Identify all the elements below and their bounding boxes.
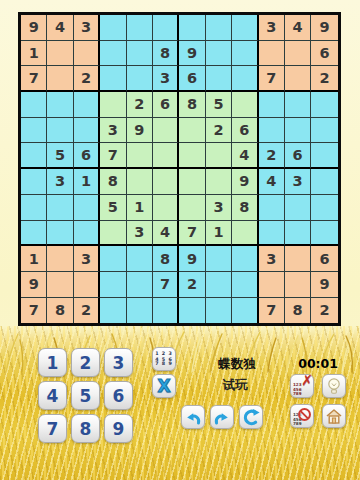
cell-r4c11[interactable]: [285, 92, 311, 118]
cell-r8c4[interactable]: 5: [100, 195, 126, 221]
cell-r8c9[interactable]: 8: [232, 195, 258, 221]
cell-r6c9[interactable]: 4: [232, 143, 258, 169]
pencil-grid-icon: 1 2 3 4 5 6 7 8 9: [155, 351, 172, 367]
cell-r6c2[interactable]: 5: [47, 143, 73, 169]
cell-r8c12[interactable]: [311, 195, 337, 221]
cell-r12c6[interactable]: [153, 298, 179, 324]
cell-r10c6[interactable]: 8: [153, 246, 179, 272]
disable-pencil-marks-button[interactable]: 123 456 789: [290, 404, 314, 428]
cell-r2c8[interactable]: [206, 41, 232, 67]
key-3[interactable]: 3: [104, 348, 133, 377]
cell-r7c12[interactable]: [311, 169, 337, 195]
cell-r10c1[interactable]: 1: [21, 246, 47, 272]
cell-r8c8[interactable]: 3: [206, 195, 232, 221]
cell-r3c7[interactable]: 6: [179, 66, 205, 92]
cell-r1c8[interactable]: [206, 15, 232, 41]
cell-r2c12[interactable]: 6: [311, 41, 337, 67]
cell-r5c7[interactable]: [179, 118, 205, 144]
timer: 00:01: [294, 356, 338, 371]
cell-r4c7[interactable]: 8: [179, 92, 205, 118]
cell-r3c5[interactable]: [127, 66, 153, 92]
cell-r4c9[interactable]: [232, 92, 258, 118]
cell-r11c1[interactable]: 9: [21, 272, 47, 298]
cell-r12c8[interactable]: [206, 298, 232, 324]
cell-r9c4[interactable]: [100, 221, 126, 247]
cell-r8c2[interactable]: [47, 195, 73, 221]
cell-r4c5[interactable]: 2: [127, 92, 153, 118]
cell-r2c1[interactable]: 1: [21, 41, 47, 67]
cell-r9c7[interactable]: 7: [179, 221, 205, 247]
cell-r3c10[interactable]: 7: [259, 66, 285, 92]
cell-r10c3[interactable]: 3: [74, 246, 100, 272]
cell-r1c10[interactable]: 3: [259, 15, 285, 41]
cell-r11c5[interactable]: [127, 272, 153, 298]
cell-r11c6[interactable]: 7: [153, 272, 179, 298]
cell-r6c4[interactable]: 7: [100, 143, 126, 169]
home-button[interactable]: [322, 404, 346, 428]
cell-r1c4[interactable]: [100, 15, 126, 41]
cell-r10c12[interactable]: 6: [311, 246, 337, 272]
cell-r3c12[interactable]: 2: [311, 66, 337, 92]
cell-r7c6[interactable]: [153, 169, 179, 195]
cell-r2c10[interactable]: [259, 41, 285, 67]
trial-mode-label: 试玩: [196, 377, 274, 394]
cell-r1c1[interactable]: 9: [21, 15, 47, 41]
hint-button[interactable]: [322, 374, 346, 398]
cell-r2c9[interactable]: [232, 41, 258, 67]
cell-r9c10[interactable]: [259, 221, 285, 247]
cell-r8c1[interactable]: [21, 195, 47, 221]
cell-r11c9[interactable]: [232, 272, 258, 298]
key-7[interactable]: 7: [38, 414, 67, 443]
cell-r5c5[interactable]: 9: [127, 118, 153, 144]
cell-r1c2[interactable]: 4: [47, 15, 73, 41]
cell-r6c11[interactable]: 6: [285, 143, 311, 169]
cell-r1c9[interactable]: [232, 15, 258, 41]
cell-r5c1[interactable]: [21, 118, 47, 144]
app-title: 蝶数独: [196, 356, 278, 373]
cell-r12c7[interactable]: [179, 298, 205, 324]
cell-r5c2[interactable]: [47, 118, 73, 144]
cell-r7c4[interactable]: 8: [100, 169, 126, 195]
cell-r8c5[interactable]: 1: [127, 195, 153, 221]
cell-r3c6[interactable]: 3: [153, 66, 179, 92]
cell-r10c5[interactable]: [127, 246, 153, 272]
cell-r9c8[interactable]: 1: [206, 221, 232, 247]
cell-r9c11[interactable]: [285, 221, 311, 247]
cell-r4c8[interactable]: 5: [206, 92, 232, 118]
cell-r8c6[interactable]: [153, 195, 179, 221]
cell-r6c6[interactable]: [153, 143, 179, 169]
cell-r4c1[interactable]: [21, 92, 47, 118]
cell-r6c5[interactable]: [127, 143, 153, 169]
pencil-marks-button[interactable]: 1 2 3 4 5 6 7 8 9: [152, 347, 176, 371]
cell-r7c1[interactable]: [21, 169, 47, 195]
cell-r3c2[interactable]: [47, 66, 73, 92]
cell-r8c11[interactable]: [285, 195, 311, 221]
cell-r12c9[interactable]: [232, 298, 258, 324]
cell-r8c10[interactable]: [259, 195, 285, 221]
key-8[interactable]: 8: [71, 414, 100, 443]
cell-r5c12[interactable]: [311, 118, 337, 144]
no-sign-icon: [298, 408, 311, 421]
cell-r12c10[interactable]: 7: [259, 298, 285, 324]
cell-r7c5[interactable]: [127, 169, 153, 195]
cell-r7c3[interactable]: 1: [74, 169, 100, 195]
redo-icon: [213, 408, 231, 426]
erase-button[interactable]: X: [152, 374, 176, 398]
cell-r12c2[interactable]: 8: [47, 298, 73, 324]
cell-r5c8[interactable]: 2: [206, 118, 232, 144]
cell-r10c7[interactable]: 9: [179, 246, 205, 272]
cell-r1c12[interactable]: 9: [311, 15, 337, 41]
cell-r7c7[interactable]: [179, 169, 205, 195]
cell-r9c9[interactable]: [232, 221, 258, 247]
cell-r2c3[interactable]: [74, 41, 100, 67]
lightbulb-icon: [326, 377, 342, 396]
cell-r5c6[interactable]: [153, 118, 179, 144]
cell-r6c8[interactable]: [206, 143, 232, 169]
cell-r2c11[interactable]: [285, 41, 311, 67]
cell-r10c11[interactable]: [285, 246, 311, 272]
cell-r3c4[interactable]: [100, 66, 126, 92]
cell-r6c7[interactable]: [179, 143, 205, 169]
cell-r2c5[interactable]: [127, 41, 153, 67]
cell-r4c10[interactable]: [259, 92, 285, 118]
cell-r3c8[interactable]: [206, 66, 232, 92]
cell-r4c6[interactable]: 6: [153, 92, 179, 118]
red-x-icon: ✗: [301, 372, 313, 388]
cell-r12c4[interactable]: [100, 298, 126, 324]
cell-r11c2[interactable]: [47, 272, 73, 298]
cell-r5c4[interactable]: 3: [100, 118, 126, 144]
cell-r12c3[interactable]: 2: [74, 298, 100, 324]
cell-r5c9[interactable]: 6: [232, 118, 258, 144]
cell-r9c6[interactable]: 4: [153, 221, 179, 247]
cell-r2c2[interactable]: [47, 41, 73, 67]
key-1[interactable]: 1: [38, 348, 67, 377]
cell-r11c7[interactable]: 2: [179, 272, 205, 298]
cell-r9c3[interactable]: [74, 221, 100, 247]
cell-r2c7[interactable]: 9: [179, 41, 205, 67]
cell-r2c6[interactable]: 8: [153, 41, 179, 67]
cell-r7c11[interactable]: 3: [285, 169, 311, 195]
sudoku-board: 9433491896723672268539265674263189435138…: [18, 12, 341, 326]
cell-r1c5[interactable]: [127, 15, 153, 41]
home-icon: [325, 408, 343, 424]
cell-r12c1[interactable]: 7: [21, 298, 47, 324]
cell-r11c11[interactable]: [285, 272, 311, 298]
cell-r10c2[interactable]: [47, 246, 73, 272]
key-5[interactable]: 5: [71, 381, 100, 410]
cell-r6c1[interactable]: [21, 143, 47, 169]
cell-r12c12[interactable]: 2: [311, 298, 337, 324]
cell-r11c10[interactable]: [259, 272, 285, 298]
cell-r1c11[interactable]: 4: [285, 15, 311, 41]
cell-r4c12[interactable]: [311, 92, 337, 118]
cell-r7c9[interactable]: 9: [232, 169, 258, 195]
cell-r7c8[interactable]: [206, 169, 232, 195]
key-2[interactable]: 2: [71, 348, 100, 377]
cell-r9c5[interactable]: 3: [127, 221, 153, 247]
cell-r3c3[interactable]: 2: [74, 66, 100, 92]
cell-r5c3[interactable]: [74, 118, 100, 144]
number-keypad: 123456789: [38, 348, 133, 443]
cell-r4c2[interactable]: [47, 92, 73, 118]
cell-r10c10[interactable]: 3: [259, 246, 285, 272]
cell-r11c4[interactable]: [100, 272, 126, 298]
cell-r7c2[interactable]: 3: [47, 169, 73, 195]
app-screen: 9433491896723672268539265674263189435138…: [0, 0, 360, 480]
cell-r11c3[interactable]: [74, 272, 100, 298]
cell-r3c11[interactable]: [285, 66, 311, 92]
cell-r1c6[interactable]: [153, 15, 179, 41]
undo-button[interactable]: [181, 405, 205, 429]
cell-r12c11[interactable]: 8: [285, 298, 311, 324]
cell-r3c9[interactable]: [232, 66, 258, 92]
restart-icon: [242, 408, 260, 426]
cell-r10c4[interactable]: [100, 246, 126, 272]
cell-r1c3[interactable]: 3: [74, 15, 100, 41]
cell-r7c10[interactable]: 4: [259, 169, 285, 195]
cell-r10c8[interactable]: [206, 246, 232, 272]
cell-r10c9[interactable]: [232, 246, 258, 272]
key-4[interactable]: 4: [38, 381, 67, 410]
cell-r12c5[interactable]: [127, 298, 153, 324]
cell-r9c12[interactable]: [311, 221, 337, 247]
restart-icon-button[interactable]: [239, 405, 263, 429]
cell-r3c1[interactable]: 7: [21, 66, 47, 92]
erase-x-icon: X: [157, 376, 170, 396]
undo-icon: [184, 408, 202, 426]
cell-r6c3[interactable]: 6: [74, 143, 100, 169]
cell-r2c4[interactable]: [100, 41, 126, 67]
cell-r5c11[interactable]: [285, 118, 311, 144]
cell-r11c12[interactable]: 9: [311, 272, 337, 298]
key-9[interactable]: 9: [104, 414, 133, 443]
redo-button[interactable]: [210, 405, 234, 429]
key-6[interactable]: 6: [104, 381, 133, 410]
cell-r11c8[interactable]: [206, 272, 232, 298]
cell-r8c3[interactable]: [74, 195, 100, 221]
cell-r6c10[interactable]: 2: [259, 143, 285, 169]
cell-r1c7[interactable]: [179, 15, 205, 41]
cell-r9c2[interactable]: [47, 221, 73, 247]
cell-r6c12[interactable]: [311, 143, 337, 169]
cell-r5c10[interactable]: [259, 118, 285, 144]
clear-pencil-marks-button[interactable]: 123 456 789 ✗: [290, 374, 314, 398]
cell-r9c1[interactable]: [21, 221, 47, 247]
cell-r8c7[interactable]: [179, 195, 205, 221]
cell-r4c4[interactable]: [100, 92, 126, 118]
cell-r4c3[interactable]: [74, 92, 100, 118]
